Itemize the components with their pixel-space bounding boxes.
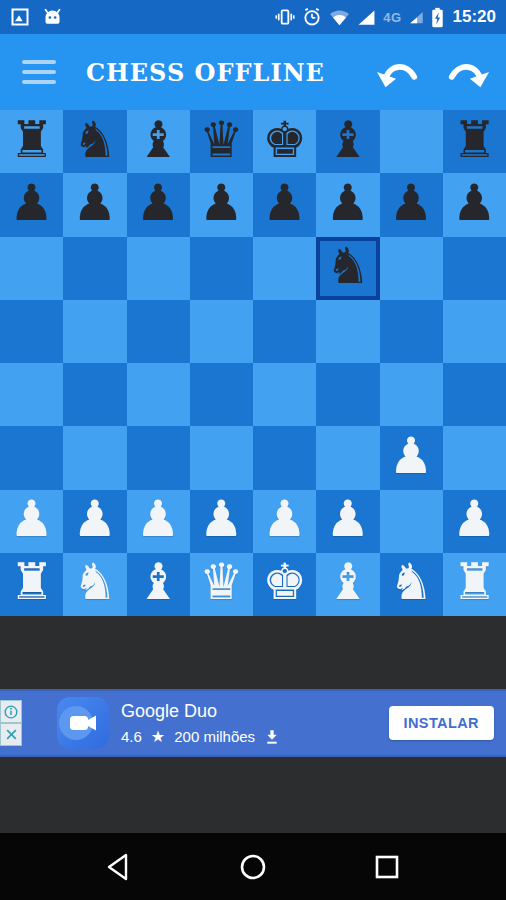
square-b4[interactable] — [63, 363, 126, 426]
white-knight: ♞ — [389, 557, 434, 607]
square-h2[interactable]: ♟ — [443, 490, 506, 553]
android-nav-bar — [0, 833, 506, 900]
square-a6[interactable] — [0, 237, 63, 300]
square-c5[interactable] — [127, 300, 190, 363]
ad-installs: 200 milhões — [174, 728, 255, 745]
black-king: ♚ — [262, 115, 307, 165]
square-h7[interactable]: ♟ — [443, 173, 506, 236]
square-f3[interactable] — [316, 426, 379, 489]
square-e6[interactable] — [253, 237, 316, 300]
square-c8[interactable]: ♝ — [127, 110, 190, 173]
square-h4[interactable] — [443, 363, 506, 426]
network-label: 4G — [383, 10, 401, 25]
black-pawn: ♟ — [389, 178, 434, 228]
white-pawn: ♟ — [199, 494, 244, 544]
black-pawn: ♟ — [452, 178, 497, 228]
black-queen: ♛ — [199, 115, 244, 165]
square-a8[interactable]: ♜ — [0, 110, 63, 173]
black-rook: ♜ — [452, 115, 497, 165]
square-e1[interactable]: ♚ — [253, 553, 316, 616]
square-h1[interactable]: ♜ — [443, 553, 506, 616]
square-g6[interactable] — [380, 237, 443, 300]
square-g8[interactable] — [380, 110, 443, 173]
chess-board: ♜♞♝♛♚♝♜♟♟♟♟♟♟♟♟♞♟♟♟♟♟♟♟♟♜♞♝♛♚♝♞♜ — [0, 110, 506, 616]
app-bar: CHESS OFFLINE — [0, 34, 506, 110]
square-d1[interactable]: ♛ — [190, 553, 253, 616]
square-b8[interactable]: ♞ — [63, 110, 126, 173]
square-c6[interactable] — [127, 237, 190, 300]
white-pawn: ♟ — [9, 494, 54, 544]
android-icon — [42, 7, 63, 28]
black-rook: ♜ — [9, 115, 54, 165]
square-d5[interactable] — [190, 300, 253, 363]
square-g7[interactable]: ♟ — [380, 173, 443, 236]
wifi-icon — [329, 8, 350, 27]
square-a4[interactable] — [0, 363, 63, 426]
square-g4[interactable] — [380, 363, 443, 426]
square-d3[interactable] — [190, 426, 253, 489]
black-pawn: ♟ — [72, 178, 117, 228]
square-g5[interactable] — [380, 300, 443, 363]
white-rook: ♜ — [452, 557, 497, 607]
clock-text: 15:20 — [453, 7, 496, 27]
white-queen: ♛ — [199, 557, 244, 607]
ad-meta: 4.6 ★ 200 milhões — [121, 727, 280, 746]
ad-info-icon[interactable] — [0, 700, 22, 723]
app-logo-duo[interactable] — [57, 697, 109, 749]
square-c7[interactable]: ♟ — [127, 173, 190, 236]
app-title: CHESS OFFLINE — [86, 58, 325, 87]
square-c2[interactable]: ♟ — [127, 490, 190, 553]
square-e8[interactable]: ♚ — [253, 110, 316, 173]
download-icon — [264, 729, 280, 745]
lower-panel-2 — [0, 757, 506, 833]
square-f6[interactable]: ♞ — [316, 237, 379, 300]
white-rook: ♜ — [9, 557, 54, 607]
black-knight: ♞ — [72, 115, 117, 165]
square-f8[interactable]: ♝ — [316, 110, 379, 173]
ad-rating: 4.6 — [121, 728, 142, 745]
app-bar-actions — [376, 53, 490, 91]
square-b1[interactable]: ♞ — [63, 553, 126, 616]
white-pawn: ♟ — [262, 494, 307, 544]
alarm-icon — [302, 7, 322, 27]
square-g3[interactable]: ♟ — [380, 426, 443, 489]
square-c3[interactable] — [127, 426, 190, 489]
square-a3[interactable] — [0, 426, 63, 489]
square-b6[interactable] — [63, 237, 126, 300]
square-f5[interactable] — [316, 300, 379, 363]
vibrate-icon — [275, 7, 295, 27]
status-bar: 4G 15:20 — [0, 0, 506, 34]
square-h8[interactable]: ♜ — [443, 110, 506, 173]
black-bishop: ♝ — [325, 115, 370, 165]
ad-text: Google Duo 4.6 ★ 200 milhões — [121, 700, 280, 746]
install-button[interactable]: INSTALAR — [389, 706, 494, 740]
square-b7[interactable]: ♟ — [63, 173, 126, 236]
square-b2[interactable]: ♟ — [63, 490, 126, 553]
square-a5[interactable] — [0, 300, 63, 363]
square-h5[interactable] — [443, 300, 506, 363]
white-knight: ♞ — [72, 557, 117, 607]
phone-screen: 4G 15:20 CHESS OFFLINE — [0, 0, 506, 900]
redo-icon[interactable] — [446, 53, 490, 91]
square-b5[interactable] — [63, 300, 126, 363]
square-g1[interactable]: ♞ — [380, 553, 443, 616]
square-a1[interactable]: ♜ — [0, 553, 63, 616]
square-g2[interactable] — [380, 490, 443, 553]
black-pawn: ♟ — [262, 178, 307, 228]
square-b3[interactable] — [63, 426, 126, 489]
black-pawn: ♟ — [199, 178, 244, 228]
square-c1[interactable]: ♝ — [127, 553, 190, 616]
square-e5[interactable] — [253, 300, 316, 363]
square-d4[interactable] — [190, 363, 253, 426]
square-e7[interactable]: ♟ — [253, 173, 316, 236]
star-icon: ★ — [151, 727, 165, 746]
white-pawn: ♟ — [325, 494, 370, 544]
black-pawn: ♟ — [325, 178, 370, 228]
square-a7[interactable]: ♟ — [0, 173, 63, 236]
square-f1[interactable]: ♝ — [316, 553, 379, 616]
square-d6[interactable] — [190, 237, 253, 300]
square-e4[interactable] — [253, 363, 316, 426]
white-pawn: ♟ — [389, 431, 434, 481]
white-pawn: ♟ — [72, 494, 117, 544]
lower-panel — [0, 616, 506, 689]
screenshot-icon — [10, 7, 30, 27]
black-pawn: ♟ — [9, 178, 54, 228]
white-bishop: ♝ — [325, 557, 370, 607]
ad-close-icon[interactable] — [0, 723, 22, 746]
square-h3[interactable] — [443, 426, 506, 489]
hamburger-menu-icon[interactable] — [22, 60, 56, 84]
square-f7[interactable]: ♟ — [316, 173, 379, 236]
white-king: ♚ — [262, 557, 307, 607]
white-pawn: ♟ — [136, 494, 181, 544]
square-f4[interactable] — [316, 363, 379, 426]
battery-charging-icon — [431, 7, 444, 28]
square-c4[interactable] — [127, 363, 190, 426]
home-icon[interactable] — [238, 852, 268, 882]
square-e3[interactable] — [253, 426, 316, 489]
status-icons: 4G 15:20 — [275, 7, 496, 28]
black-pawn: ♟ — [136, 178, 181, 228]
adchoices — [0, 700, 22, 746]
undo-icon[interactable] — [376, 53, 420, 91]
notification-icons — [10, 7, 63, 28]
recents-icon[interactable] — [372, 852, 402, 882]
ad-banner[interactable]: Google Duo 4.6 ★ 200 milhões INSTALAR — [0, 689, 506, 757]
square-d2[interactable]: ♟ — [190, 490, 253, 553]
square-h6[interactable] — [443, 237, 506, 300]
white-bishop: ♝ — [136, 557, 181, 607]
square-d8[interactable]: ♛ — [190, 110, 253, 173]
ad-app-name: Google Duo — [121, 700, 280, 723]
black-knight: ♞ — [325, 241, 370, 291]
black-bishop: ♝ — [136, 115, 181, 165]
back-icon[interactable] — [104, 852, 134, 882]
square-d7[interactable]: ♟ — [190, 173, 253, 236]
square-a2[interactable]: ♟ — [0, 490, 63, 553]
square-e2[interactable]: ♟ — [253, 490, 316, 553]
signal-icon — [357, 8, 376, 27]
4g-signal-icon — [409, 10, 424, 25]
square-f2[interactable]: ♟ — [316, 490, 379, 553]
white-pawn: ♟ — [452, 494, 497, 544]
